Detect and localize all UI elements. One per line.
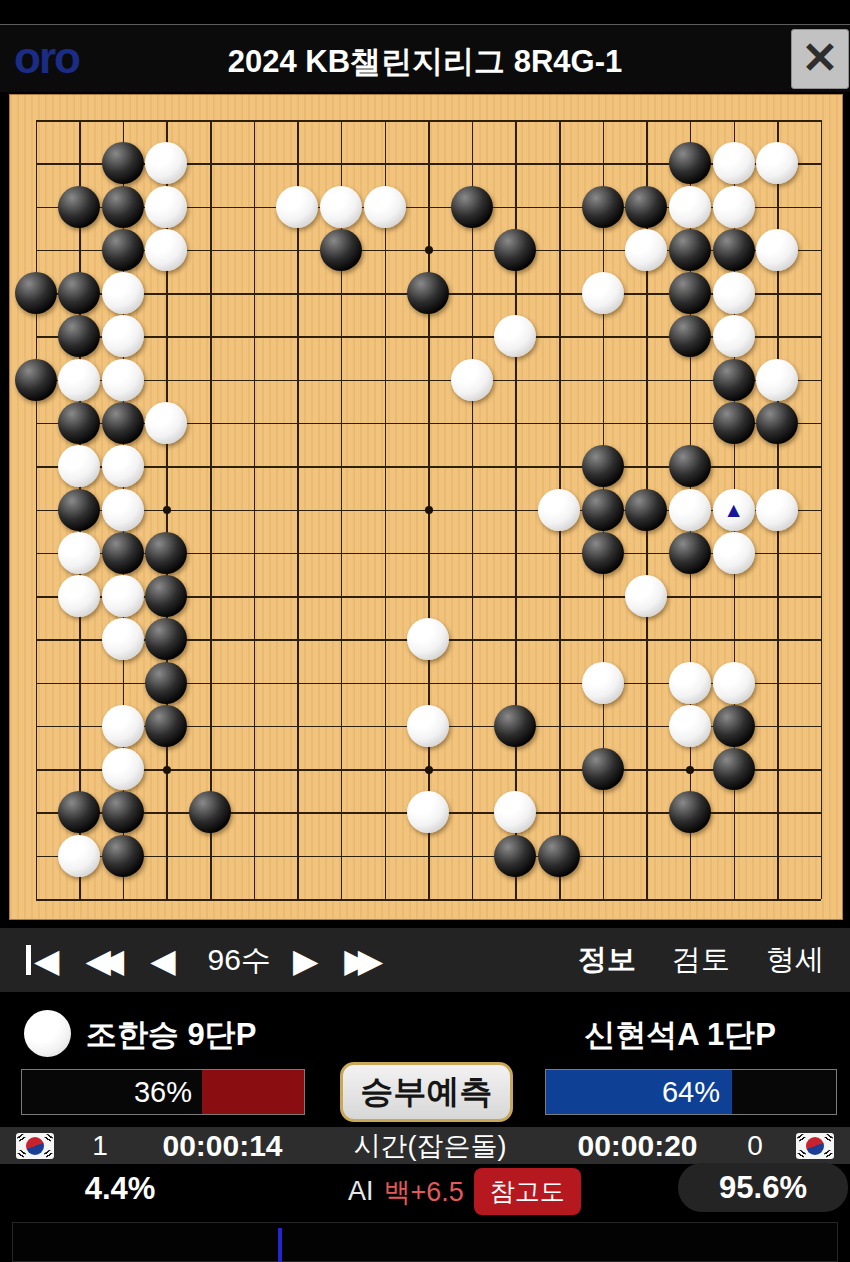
players-row: 조한승 9단P 신현석A 1단P: [0, 1002, 850, 1068]
last-move-marker: ▲: [723, 499, 744, 520]
white-stone-icon: [24, 1010, 71, 1057]
ai-score: 백+6.5: [384, 1174, 464, 1210]
star-point: [425, 246, 433, 254]
forward-icon: ▶: [293, 941, 318, 980]
white-stone: [538, 489, 580, 531]
left-clock: 00:00:14: [130, 1129, 315, 1163]
black-stone: [538, 835, 580, 877]
star-point: [163, 506, 171, 514]
white-stone: [713, 532, 755, 574]
time-captures-label: 시간(잡은돌): [330, 1128, 530, 1164]
grid-line: [821, 120, 823, 899]
white-stone: [364, 186, 406, 228]
black-stone: [145, 705, 187, 747]
white-stone: [102, 575, 144, 617]
first-move-button[interactable]: ◀: [26, 941, 59, 980]
black-stone: [58, 489, 100, 531]
star-point: [163, 766, 171, 774]
white-stone: [669, 489, 711, 531]
white-stone: [145, 142, 187, 184]
black-stone: [669, 229, 711, 271]
white-stone: [102, 489, 144, 531]
black-stone: [102, 186, 144, 228]
gray-stone-icon: [787, 1010, 834, 1057]
white-stone: [625, 575, 667, 617]
white-stone: [713, 272, 755, 314]
right-ai-winrate: 95.6%: [678, 1163, 848, 1212]
white-stone: [756, 489, 798, 531]
time-bar: 1 00:00:14 시간(잡은돌) 00:00:20 0: [0, 1127, 850, 1164]
go-board[interactable]: ▲: [9, 94, 843, 920]
korea-flag-icon: [16, 1133, 54, 1159]
black-stone: [669, 315, 711, 357]
black-stone: [102, 402, 144, 444]
white-stone: [494, 791, 536, 833]
white-stone: [58, 575, 100, 617]
black-stone: [102, 229, 144, 271]
white-stone: [58, 532, 100, 574]
black-stone: [713, 748, 755, 790]
black-stone: [189, 791, 231, 833]
black-stone: [320, 229, 362, 271]
black-stone: [582, 186, 624, 228]
white-stone: [276, 186, 318, 228]
white-stone: [102, 618, 144, 660]
black-stone: [58, 272, 100, 314]
right-vote-bar: 64%: [545, 1069, 837, 1115]
white-stone: [407, 705, 449, 747]
right-player-name: 신현석A 1단P: [584, 1014, 776, 1056]
right-vote-percent: 64%: [546, 1076, 836, 1109]
black-stone: [669, 532, 711, 574]
black-stone: [625, 489, 667, 531]
fast-back-button[interactable]: ◀◀: [85, 941, 124, 980]
white-stone: [407, 618, 449, 660]
menu-info[interactable]: 정보: [578, 940, 636, 980]
black-stone: [145, 618, 187, 660]
white-stone: [58, 359, 100, 401]
black-stone: [582, 489, 624, 531]
black-stone: [582, 748, 624, 790]
black-stone: [494, 835, 536, 877]
black-stone: [102, 142, 144, 184]
black-stone: [494, 705, 536, 747]
back-icon: ◀: [150, 941, 175, 980]
left-vote-percent: 36%: [22, 1076, 304, 1109]
white-stone: [713, 186, 755, 228]
white-stone: [756, 142, 798, 184]
white-stone: [625, 229, 667, 271]
prediction-button[interactable]: 승부예측: [340, 1062, 513, 1122]
white-stone: [145, 229, 187, 271]
white-stone: [756, 229, 798, 271]
first-move-bar-icon: [26, 945, 31, 975]
white-stone: [320, 186, 362, 228]
header-bar: oro 2024 KB챌린지리그 8R4G-1 ✕: [0, 25, 850, 92]
black-stone: [669, 142, 711, 184]
black-stone: [669, 791, 711, 833]
black-stone: [58, 402, 100, 444]
white-stone: [713, 662, 755, 704]
grid-line: [36, 899, 821, 901]
black-stone: [58, 315, 100, 357]
winrate-graph[interactable]: [12, 1222, 838, 1262]
back-button[interactable]: ◀: [150, 941, 175, 980]
fast-back-icon: ◀◀: [85, 941, 112, 980]
black-stone: [713, 402, 755, 444]
move-counter: 96수: [208, 940, 271, 981]
white-stone: [582, 662, 624, 704]
status-strip: [0, 0, 850, 25]
move-nav-bar: ◀ ◀◀ ◀ 96수 ▶ ▶▶ 정보 검토 형세: [0, 928, 850, 992]
black-stone: [713, 229, 755, 271]
left-captures: 1: [70, 1130, 130, 1162]
black-stone: [494, 229, 536, 271]
white-stone: [58, 835, 100, 877]
right-clock: 00:00:20: [545, 1129, 730, 1163]
app-root: oro 2024 KB챌린지리그 8R4G-1 ✕ ▲ ◀ ◀◀ ◀ 96수 ▶…: [0, 0, 850, 1262]
white-stone: [102, 315, 144, 357]
black-stone: [713, 359, 755, 401]
fast-forward-button[interactable]: ▶▶: [344, 941, 383, 980]
white-stone: [102, 748, 144, 790]
white-stone: [102, 359, 144, 401]
white-stone: [494, 315, 536, 357]
black-stone: [669, 272, 711, 314]
white-stone: [102, 445, 144, 487]
black-stone: [582, 532, 624, 574]
ai-eval-group: AI 백+6.5 참고도: [348, 1168, 581, 1215]
left-vote-bar: 36%: [21, 1069, 305, 1115]
black-stone: [145, 662, 187, 704]
black-stone: [145, 575, 187, 617]
korea-flag-icon: [796, 1133, 834, 1159]
reference-diagram-button[interactable]: 참고도: [474, 1168, 581, 1215]
forward-button[interactable]: ▶: [293, 941, 318, 980]
black-stone: [451, 186, 493, 228]
taeguk-icon: [806, 1137, 824, 1155]
star-point: [425, 766, 433, 774]
black-stone: [15, 359, 57, 401]
right-captures: 0: [730, 1130, 780, 1162]
white-stone: [713, 315, 755, 357]
fast-forward-icon: ▶▶: [344, 941, 371, 980]
black-stone: [625, 186, 667, 228]
grid-line: [36, 856, 821, 858]
black-stone: [145, 532, 187, 574]
grid-line: [472, 120, 474, 899]
menu-review[interactable]: 검토: [672, 940, 730, 980]
close-icon[interactable]: ✕: [791, 29, 849, 89]
white-stone: [58, 445, 100, 487]
white-stone: [669, 705, 711, 747]
graph-cursor: [278, 1228, 282, 1262]
back-icon: ◀: [34, 941, 59, 980]
taeguk-icon: [26, 1137, 44, 1155]
white-stone: [582, 272, 624, 314]
white-stone: [145, 186, 187, 228]
black-stone: [102, 791, 144, 833]
black-stone: [713, 705, 755, 747]
white-stone: [407, 791, 449, 833]
black-stone: [756, 402, 798, 444]
left-player-name: 조한승 9단P: [86, 1014, 257, 1056]
ai-label: AI: [348, 1176, 374, 1207]
star-point: [425, 506, 433, 514]
black-stone: [58, 791, 100, 833]
white-stone: [102, 705, 144, 747]
page-title: 2024 KB챌린지리그 8R4G-1: [0, 41, 850, 83]
white-stone: [713, 142, 755, 184]
black-stone: [669, 445, 711, 487]
white-stone: [102, 272, 144, 314]
black-stone: [407, 272, 449, 314]
white-stone: [451, 359, 493, 401]
black-stone: [582, 445, 624, 487]
left-ai-winrate: 4.4%: [60, 1171, 180, 1207]
white-stone: [145, 402, 187, 444]
white-stone: [669, 186, 711, 228]
nav-menu: 정보 검토 형세: [578, 940, 824, 980]
right-ai-winrate-pill: 95.6%: [678, 1163, 848, 1212]
menu-territory[interactable]: 형세: [766, 940, 824, 980]
black-stone: [15, 272, 57, 314]
white-stone: [756, 359, 798, 401]
black-stone: [58, 186, 100, 228]
star-point: [686, 766, 694, 774]
black-stone: [102, 532, 144, 574]
black-stone: [102, 835, 144, 877]
white-stone: [669, 662, 711, 704]
